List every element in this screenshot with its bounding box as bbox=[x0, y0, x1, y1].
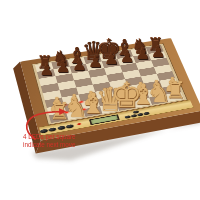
chess-computer-photo: ♜♞♝♛♚♝♞♜♟♟♟♟♟♟♟♟♟♟♟♟♟♟♟♟♜♞♝♛♚♝♞♜ 4 LEDs … bbox=[0, 0, 200, 200]
annotation-line-1: 4 LEDs per square bbox=[23, 133, 76, 141]
annotation-line-2: indicate next move bbox=[23, 141, 76, 149]
annotation-text: 4 LEDs per square indicate next move bbox=[23, 133, 76, 149]
annotation-arrow bbox=[0, 0, 200, 200]
